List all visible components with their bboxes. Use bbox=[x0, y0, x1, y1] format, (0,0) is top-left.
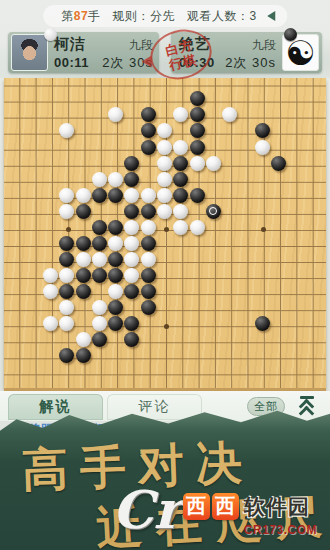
black-stone bbox=[92, 188, 107, 203]
watermark-name: 软件园 bbox=[244, 493, 317, 521]
white-stone bbox=[206, 156, 221, 171]
viewers-collapse-icon[interactable] bbox=[267, 11, 275, 21]
white-stone bbox=[108, 284, 123, 299]
move-prefix: 第 bbox=[61, 9, 74, 23]
black-stone bbox=[190, 188, 205, 203]
black-stone bbox=[173, 188, 188, 203]
last-move-marker bbox=[209, 207, 217, 215]
white-stone-icon bbox=[44, 28, 57, 41]
white-stone bbox=[76, 252, 91, 267]
black-stone bbox=[124, 172, 139, 187]
white-stone bbox=[141, 252, 156, 267]
black-stone bbox=[76, 268, 91, 283]
white-stone bbox=[173, 220, 188, 235]
white-stone bbox=[92, 172, 107, 187]
go-app-screen: 第87手 规则：分先 观看人数：3 柯洁 九段 00:11 2次 30s 白方 … bbox=[0, 0, 330, 550]
black-stone bbox=[141, 284, 156, 299]
white-stone bbox=[108, 236, 123, 251]
black-stone bbox=[92, 268, 107, 283]
black-stone bbox=[141, 140, 156, 155]
white-stone bbox=[92, 252, 107, 267]
white-stone bbox=[76, 332, 91, 347]
collapse-panel-icon[interactable] bbox=[297, 395, 317, 417]
site-watermark: Cr 西 西 软件园 CR173.COM bbox=[112, 487, 317, 537]
player-rank: 九段 bbox=[129, 37, 153, 54]
black-stone bbox=[92, 220, 107, 235]
black-stone bbox=[92, 332, 107, 347]
watermark-url: CR173.COM bbox=[244, 523, 317, 537]
avatar bbox=[11, 34, 48, 71]
player-clock: 00:11 bbox=[54, 55, 89, 70]
black-stone bbox=[141, 268, 156, 283]
black-stone bbox=[124, 204, 139, 219]
black-stone bbox=[190, 107, 205, 122]
player-card-white[interactable]: 柯洁 九段 00:11 2次 30s bbox=[8, 32, 159, 73]
black-stone bbox=[141, 204, 156, 219]
white-stone bbox=[255, 140, 270, 155]
black-stone bbox=[108, 252, 123, 267]
game-info-bar: 第87手 规则：分先 观看人数：3 bbox=[43, 5, 287, 27]
white-stone bbox=[43, 316, 58, 331]
white-stone bbox=[190, 220, 205, 235]
watermark-cr-logo: Cr bbox=[112, 487, 181, 533]
tab-comments[interactable]: 评论 bbox=[107, 394, 202, 420]
white-stone bbox=[76, 188, 91, 203]
black-stone bbox=[190, 91, 205, 106]
white-stone bbox=[92, 300, 107, 315]
white-stone bbox=[157, 188, 172, 203]
black-stone bbox=[108, 220, 123, 235]
star-point bbox=[164, 227, 169, 232]
white-stone bbox=[108, 172, 123, 187]
black-stone bbox=[190, 140, 205, 155]
white-stone bbox=[157, 204, 172, 219]
white-stone bbox=[173, 204, 188, 219]
black-stone bbox=[141, 300, 156, 315]
move-suffix: 手 bbox=[88, 9, 101, 23]
black-stone bbox=[173, 156, 188, 171]
white-stone bbox=[157, 156, 172, 171]
star-point bbox=[66, 227, 71, 232]
black-stone bbox=[59, 252, 74, 267]
black-stone bbox=[124, 156, 139, 171]
white-stone bbox=[157, 140, 172, 155]
black-stone bbox=[76, 348, 91, 363]
white-stone bbox=[43, 284, 58, 299]
white-stone bbox=[59, 188, 74, 203]
black-stone bbox=[108, 300, 123, 315]
black-stone bbox=[255, 316, 270, 331]
white-stone bbox=[141, 188, 156, 203]
white-stone bbox=[59, 204, 74, 219]
player-name: 柯洁 bbox=[54, 35, 86, 54]
watermark-block2: 西 bbox=[212, 493, 239, 520]
black-stone bbox=[59, 236, 74, 251]
white-stone bbox=[141, 220, 156, 235]
black-stone bbox=[173, 172, 188, 187]
star-point bbox=[164, 324, 169, 329]
move-counter: 第87手 bbox=[61, 8, 100, 25]
promo-banner: 高手对决 近在咫尺 Cr 西 西 软件园 CR173.COM bbox=[0, 408, 330, 550]
black-stone bbox=[108, 268, 123, 283]
black-stone bbox=[206, 204, 221, 219]
turn-arrow-icon bbox=[142, 56, 152, 68]
black-stone bbox=[271, 156, 286, 171]
black-stone bbox=[190, 123, 205, 138]
black-stone-icon bbox=[284, 28, 297, 41]
rules-label: 规则：分先 bbox=[113, 8, 176, 25]
viewers-label: 观看人数：3 bbox=[187, 8, 257, 25]
white-stone bbox=[157, 172, 172, 187]
go-board[interactable] bbox=[4, 78, 326, 388]
black-stone bbox=[141, 236, 156, 251]
black-stone bbox=[92, 236, 107, 251]
black-stone bbox=[76, 236, 91, 251]
white-stone bbox=[124, 188, 139, 203]
black-stone bbox=[76, 204, 91, 219]
white-stone bbox=[190, 156, 205, 171]
player-byoyomi: 2次 30s bbox=[225, 54, 276, 72]
black-stone bbox=[141, 107, 156, 122]
white-stone bbox=[92, 316, 107, 331]
white-stone bbox=[43, 268, 58, 283]
player-rank: 九段 bbox=[252, 37, 276, 54]
white-stone bbox=[59, 268, 74, 283]
black-stone bbox=[76, 284, 91, 299]
tab-commentary[interactable]: 解说 bbox=[8, 394, 103, 420]
move-number: 87 bbox=[74, 9, 88, 23]
watermark-block1: 西 bbox=[183, 493, 210, 520]
white-stone bbox=[173, 140, 188, 155]
black-stone bbox=[108, 188, 123, 203]
watermark-blocks: 西 西 bbox=[183, 493, 241, 520]
